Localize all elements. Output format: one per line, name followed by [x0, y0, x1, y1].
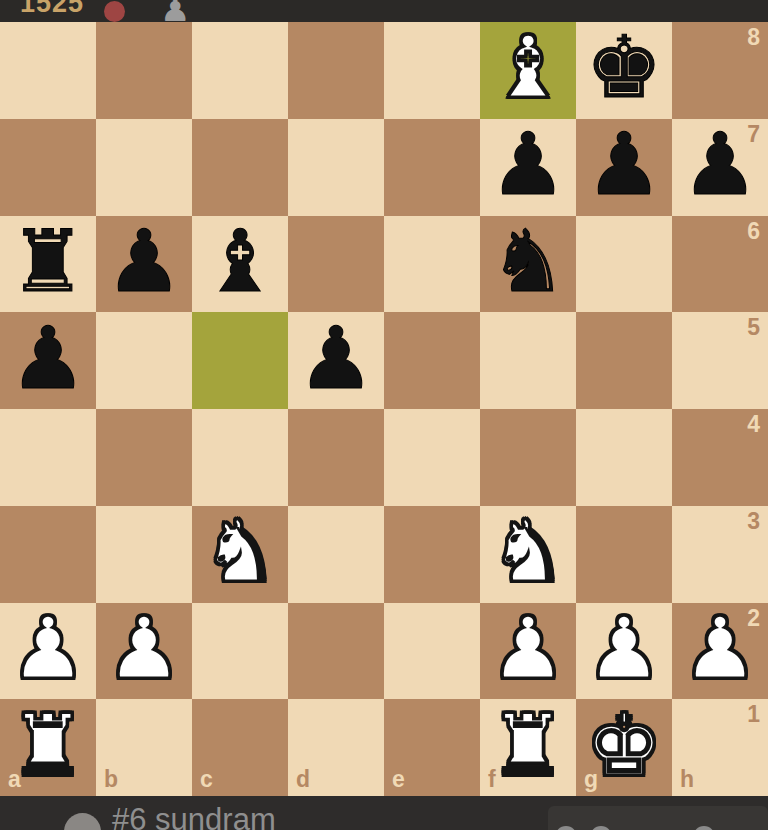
toolbar-icon[interactable]: [590, 826, 612, 830]
rank-label-7: 7: [747, 123, 760, 146]
black-bishop-c6[interactable]: ♝: [201, 218, 278, 304]
square-d7[interactable]: [288, 119, 384, 216]
square-c8[interactable]: [192, 22, 288, 119]
rank-label-8: 8: [747, 26, 760, 49]
square-e4[interactable]: [384, 409, 480, 506]
black-pawn-a5[interactable]: ♟: [9, 315, 86, 401]
square-h7[interactable]: ♟7: [672, 119, 768, 216]
white-bishop-f8[interactable]: ♝: [489, 24, 566, 110]
square-d2[interactable]: [288, 603, 384, 700]
bottom-bar: #6 sundram: [0, 796, 768, 830]
square-b2[interactable]: ♟: [96, 603, 192, 700]
square-a1[interactable]: ♜a: [0, 699, 96, 796]
square-h8[interactable]: 8: [672, 22, 768, 119]
square-a5[interactable]: ♟: [0, 312, 96, 409]
puzzle-title: #6 sundram: [112, 802, 276, 830]
rank-label-1: 1: [747, 703, 760, 726]
square-d3[interactable]: [288, 506, 384, 603]
bottom-toolbar[interactable]: [548, 806, 768, 830]
square-b1[interactable]: b: [96, 699, 192, 796]
square-e6[interactable]: [384, 216, 480, 313]
rank-label-3: 3: [747, 510, 760, 533]
file-label-e: e: [392, 768, 405, 791]
white-pawn-f2[interactable]: ♟: [489, 605, 566, 691]
square-c1[interactable]: c: [192, 699, 288, 796]
file-label-c: c: [200, 768, 213, 791]
square-g1[interactable]: ♚g: [576, 699, 672, 796]
file-label-a: a: [8, 768, 21, 791]
square-g7[interactable]: ♟: [576, 119, 672, 216]
square-f8[interactable]: ♝: [480, 22, 576, 119]
square-c5[interactable]: [192, 312, 288, 409]
white-pawn-b2[interactable]: ♟: [105, 605, 182, 691]
square-c6[interactable]: ♝: [192, 216, 288, 313]
white-knight-f3[interactable]: ♞: [489, 508, 566, 594]
square-f3[interactable]: ♞: [480, 506, 576, 603]
pawn-icon: ♟: [160, 0, 190, 22]
white-pawn-a2[interactable]: ♟: [9, 605, 86, 691]
square-g8[interactable]: ♚: [576, 22, 672, 119]
square-h1[interactable]: h1: [672, 699, 768, 796]
square-a3[interactable]: [0, 506, 96, 603]
rating-text: 1525: [20, 0, 84, 19]
file-label-h: h: [680, 768, 694, 791]
black-knight-f6[interactable]: ♞: [489, 218, 566, 304]
square-b8[interactable]: [96, 22, 192, 119]
chess-board[interactable]: ♝♚8♟♟♟7♜♟♝♞6♟♟54♞♞3♟♟♟♟♟2♜abcde♜f♚gh1: [0, 22, 768, 796]
square-g5[interactable]: [576, 312, 672, 409]
square-f2[interactable]: ♟: [480, 603, 576, 700]
black-king-g8[interactable]: ♚: [585, 24, 662, 110]
black-pawn-d5[interactable]: ♟: [297, 315, 374, 401]
square-h6[interactable]: 6: [672, 216, 768, 313]
square-c3[interactable]: ♞: [192, 506, 288, 603]
rank-label-2: 2: [747, 607, 760, 630]
square-a8[interactable]: [0, 22, 96, 119]
black-pawn-b6[interactable]: ♟: [105, 218, 182, 304]
square-g3[interactable]: [576, 506, 672, 603]
square-f1[interactable]: ♜f: [480, 699, 576, 796]
file-label-b: b: [104, 768, 118, 791]
black-pawn-g7[interactable]: ♟: [585, 121, 662, 207]
white-pawn-g2[interactable]: ♟: [585, 605, 662, 691]
file-label-f: f: [488, 768, 496, 791]
square-b4[interactable]: [96, 409, 192, 506]
white-rook-a1[interactable]: ♜: [9, 702, 86, 788]
square-d4[interactable]: [288, 409, 384, 506]
square-b7[interactable]: [96, 119, 192, 216]
toolbar-icon[interactable]: [693, 826, 715, 830]
square-h4[interactable]: 4: [672, 409, 768, 506]
square-f7[interactable]: ♟: [480, 119, 576, 216]
square-f5[interactable]: [480, 312, 576, 409]
toolbar-icon[interactable]: [555, 826, 577, 830]
square-e3[interactable]: [384, 506, 480, 603]
black-pawn-f7[interactable]: ♟: [489, 121, 566, 207]
rank-label-4: 4: [747, 413, 760, 436]
square-h3[interactable]: 3: [672, 506, 768, 603]
square-a7[interactable]: [0, 119, 96, 216]
rank-label-5: 5: [747, 316, 760, 339]
square-b5[interactable]: [96, 312, 192, 409]
square-a2[interactable]: ♟: [0, 603, 96, 700]
square-e2[interactable]: [384, 603, 480, 700]
file-label-d: d: [296, 768, 310, 791]
square-h2[interactable]: ♟2: [672, 603, 768, 700]
square-d6[interactable]: [288, 216, 384, 313]
square-g4[interactable]: [576, 409, 672, 506]
rank-label-6: 6: [747, 220, 760, 243]
square-h5[interactable]: 5: [672, 312, 768, 409]
square-a6[interactable]: ♜: [0, 216, 96, 313]
white-knight-c3[interactable]: ♞: [201, 508, 278, 594]
square-a4[interactable]: [0, 409, 96, 506]
square-c2[interactable]: [192, 603, 288, 700]
square-c7[interactable]: [192, 119, 288, 216]
square-e5[interactable]: [384, 312, 480, 409]
square-d8[interactable]: [288, 22, 384, 119]
square-d5[interactable]: ♟: [288, 312, 384, 409]
square-g6[interactable]: [576, 216, 672, 313]
square-f4[interactable]: [480, 409, 576, 506]
square-f6[interactable]: ♞: [480, 216, 576, 313]
square-d1[interactable]: d: [288, 699, 384, 796]
chess-app-screen: 1525 ♟ ♝♚8♟♟♟7♜♟♝♞6♟♟54♞♞3♟♟♟♟♟2♜abcde♜f…: [0, 0, 768, 830]
square-e7[interactable]: [384, 119, 480, 216]
square-e8[interactable]: [384, 22, 480, 119]
black-rook-a6[interactable]: ♜: [9, 218, 86, 304]
white-rook-f1[interactable]: ♜: [489, 702, 566, 788]
square-g2[interactable]: ♟: [576, 603, 672, 700]
square-b3[interactable]: [96, 506, 192, 603]
square-b6[interactable]: ♟: [96, 216, 192, 313]
avatar: [64, 813, 101, 830]
rating-change-dot-icon: [104, 1, 125, 22]
square-c4[interactable]: [192, 409, 288, 506]
file-label-g: g: [584, 768, 598, 791]
square-e1[interactable]: e: [384, 699, 480, 796]
